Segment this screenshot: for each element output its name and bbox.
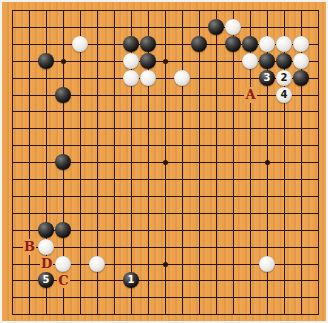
move-number: 3	[264, 70, 271, 86]
variation-label-C[interactable]: C	[57, 272, 70, 288]
star-point	[163, 262, 168, 267]
move-number: 4	[281, 87, 288, 103]
star-point	[163, 59, 168, 64]
stone-white	[293, 36, 309, 52]
variation-label-B[interactable]: B	[23, 239, 36, 255]
stone-black	[123, 36, 139, 52]
stone-black	[191, 36, 207, 52]
move-number: 1	[128, 272, 135, 288]
star-point	[163, 160, 168, 165]
stone-white	[293, 53, 309, 69]
variation-label-A[interactable]: A	[244, 87, 257, 103]
stone-black	[208, 19, 224, 35]
grid-line-vertical	[216, 10, 217, 314]
go-board[interactable]: ABCD32451	[0, 0, 328, 323]
stone-white-move-2: 2	[276, 70, 292, 86]
stone-black	[140, 53, 156, 69]
stone-black	[276, 53, 292, 69]
stone-black	[242, 36, 258, 52]
stone-black	[55, 87, 71, 103]
stone-white	[242, 53, 258, 69]
move-number: 2	[281, 70, 288, 86]
stone-white	[276, 36, 292, 52]
grid-line-vertical	[318, 10, 319, 314]
stone-black	[259, 53, 275, 69]
star-point	[265, 160, 270, 165]
stone-black	[293, 70, 309, 86]
stone-white	[38, 239, 54, 255]
stone-white	[123, 70, 139, 86]
move-number: 5	[43, 272, 50, 288]
variation-label-D[interactable]: D	[40, 256, 53, 272]
stone-white	[225, 19, 241, 35]
stone-black	[55, 222, 71, 238]
stone-black	[225, 36, 241, 52]
grid-line-horizontal	[12, 314, 319, 315]
grid-line-vertical	[182, 10, 183, 314]
stone-black	[140, 36, 156, 52]
stone-white	[55, 256, 71, 272]
grid-line-horizontal	[12, 247, 319, 248]
stone-white	[140, 70, 156, 86]
stone-white	[123, 53, 139, 69]
stone-black	[38, 53, 54, 69]
stone-black-move-1: 1	[123, 272, 139, 288]
stone-white	[72, 36, 88, 52]
grid-line-horizontal	[12, 196, 319, 197]
stone-white	[89, 256, 105, 272]
stone-white	[174, 70, 190, 86]
stone-white	[259, 36, 275, 52]
grid-line-horizontal	[12, 297, 319, 298]
stone-white-move-4: 4	[276, 87, 292, 103]
grid-line-horizontal	[12, 213, 319, 214]
star-point	[61, 59, 66, 64]
stone-black	[55, 154, 71, 170]
grid-line-vertical	[199, 10, 200, 314]
stone-black-move-5: 5	[38, 272, 54, 288]
grid-line-horizontal	[12, 179, 319, 180]
stone-black	[38, 222, 54, 238]
grid-line-vertical	[233, 10, 234, 314]
stone-black-move-3: 3	[259, 70, 275, 86]
stone-white	[259, 256, 275, 272]
